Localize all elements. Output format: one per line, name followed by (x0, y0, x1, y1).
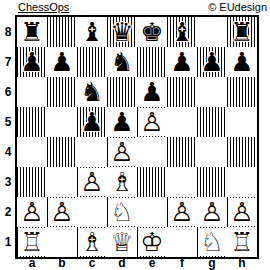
white-rook-h1[interactable]: ♖ (228, 228, 256, 256)
white-pawn-h2[interactable]: ♙ (228, 198, 256, 226)
title-bar: ChessOps © EUdesign (0, 1, 270, 15)
black-queen-d8[interactable]: ♛ (108, 18, 136, 46)
rank-label-1: 1 (2, 227, 14, 257)
square-a6[interactable] (17, 77, 47, 107)
square-c3[interactable]: ♙ (77, 167, 107, 197)
square-f6[interactable] (167, 77, 197, 107)
white-pawn-e5[interactable]: ♙ (138, 108, 166, 136)
rank-label-4: 4 (2, 137, 14, 167)
black-king-e8[interactable]: ♚ (138, 18, 166, 46)
white-knight-d2[interactable]: ♘ (108, 198, 136, 226)
white-pawn-c3[interactable]: ♙ (78, 168, 106, 196)
square-c4[interactable] (77, 137, 107, 167)
square-a5[interactable] (17, 107, 47, 137)
file-label-c: c (77, 257, 107, 270)
white-pawn-f2[interactable]: ♙ (168, 198, 196, 226)
black-pawn-d5[interactable]: ♟ (108, 108, 136, 136)
square-a4[interactable] (17, 137, 47, 167)
square-c1[interactable]: ♗ (77, 227, 107, 257)
white-rook-a1[interactable]: ♖ (18, 228, 46, 256)
square-b2[interactable]: ♙ (47, 197, 77, 227)
square-g6[interactable] (197, 77, 227, 107)
black-pawn-a7[interactable]: ♟ (18, 48, 46, 76)
black-pawn-b7[interactable]: ♟ (48, 48, 76, 76)
square-d3[interactable]: ♗ (107, 167, 137, 197)
file-labels: abcdefgh (15, 257, 259, 270)
file-label-e: e (137, 257, 167, 270)
black-rook-h8[interactable]: ♜ (228, 18, 256, 46)
square-g2[interactable]: ♙ (197, 197, 227, 227)
square-h8[interactable]: ♜ (227, 17, 257, 47)
square-g8[interactable] (197, 17, 227, 47)
square-a7[interactable]: ♟ (17, 47, 47, 77)
square-g7[interactable]: ♟ (197, 47, 227, 77)
rank-label-2: 2 (2, 197, 14, 227)
black-pawn-e6[interactable]: ♟ (138, 78, 166, 106)
rank-label-7: 7 (2, 47, 14, 77)
square-b4[interactable] (47, 137, 77, 167)
square-h7[interactable]: ♟ (227, 47, 257, 77)
black-pawn-f7[interactable]: ♟ (168, 48, 196, 76)
white-pawn-a2[interactable]: ♙ (18, 198, 46, 226)
file-label-g: g (197, 257, 227, 270)
white-bishop-c1[interactable]: ♗ (78, 228, 106, 256)
square-h5[interactable] (227, 107, 257, 137)
copyright-credit: © EUdesign (208, 1, 267, 14)
square-e7[interactable] (137, 47, 167, 77)
black-pawn-h7[interactable]: ♟ (228, 48, 256, 76)
white-queen-d1[interactable]: ♕ (108, 228, 136, 256)
file-label-b: b (47, 257, 77, 270)
file-label-f: f (167, 257, 197, 270)
square-g1[interactable]: ♘ (197, 227, 227, 257)
square-f3[interactable] (167, 167, 197, 197)
white-knight-g1[interactable]: ♘ (198, 228, 226, 256)
rank-label-3: 3 (2, 167, 14, 197)
square-a3[interactable] (17, 167, 47, 197)
square-c2[interactable] (77, 197, 107, 227)
chess-board: ♜♝♛♚♝♜♟♟♞♟♟♟♞♟♟♟♙♙♙♗♙♙♘♙♙♙♖♗♕♔♘♖ (15, 15, 259, 259)
square-h2[interactable]: ♙ (227, 197, 257, 227)
square-a8[interactable]: ♜ (17, 17, 47, 47)
square-a2[interactable]: ♙ (17, 197, 47, 227)
app-title: ChessOps (18, 1, 69, 14)
square-b1[interactable] (47, 227, 77, 257)
square-f7[interactable]: ♟ (167, 47, 197, 77)
square-d4[interactable]: ♙ (107, 137, 137, 167)
rank-label-8: 8 (2, 17, 14, 47)
square-c5[interactable]: ♟ (77, 107, 107, 137)
square-e5[interactable]: ♙ (137, 107, 167, 137)
square-f5[interactable] (167, 107, 197, 137)
black-rook-a8[interactable]: ♜ (18, 18, 46, 46)
square-c8[interactable]: ♝ (77, 17, 107, 47)
white-king-e1[interactable]: ♔ (138, 228, 166, 256)
square-d1[interactable]: ♕ (107, 227, 137, 257)
square-h4[interactable] (227, 137, 257, 167)
square-d8[interactable]: ♛ (107, 17, 137, 47)
square-e2[interactable] (137, 197, 167, 227)
square-f4[interactable] (167, 137, 197, 167)
square-b3[interactable] (47, 167, 77, 197)
square-e8[interactable]: ♚ (137, 17, 167, 47)
square-a1[interactable]: ♖ (17, 227, 47, 257)
rank-label-6: 6 (2, 77, 14, 107)
square-f2[interactable]: ♙ (167, 197, 197, 227)
file-label-a: a (17, 257, 47, 270)
square-h3[interactable] (227, 167, 257, 197)
square-g3[interactable] (197, 167, 227, 197)
square-b8[interactable] (47, 17, 77, 47)
square-f8[interactable]: ♝ (167, 17, 197, 47)
file-label-d: d (107, 257, 137, 270)
white-pawn-b2[interactable]: ♙ (48, 198, 76, 226)
square-d6[interactable] (107, 77, 137, 107)
black-knight-c6[interactable]: ♞ (78, 78, 106, 106)
white-pawn-d4[interactable]: ♙ (108, 138, 136, 166)
rank-labels: 87654321 (2, 15, 14, 259)
white-pawn-g2[interactable]: ♙ (198, 198, 226, 226)
black-pawn-c5[interactable]: ♟ (78, 108, 106, 136)
black-knight-d7[interactable]: ♞ (108, 48, 136, 76)
black-pawn-g7[interactable]: ♟ (198, 48, 226, 76)
square-g5[interactable] (197, 107, 227, 137)
square-e4[interactable] (137, 137, 167, 167)
square-g4[interactable] (197, 137, 227, 167)
square-h6[interactable] (227, 77, 257, 107)
square-c6[interactable]: ♞ (77, 77, 107, 107)
square-d5[interactable]: ♟ (107, 107, 137, 137)
rank-label-5: 5 (2, 107, 14, 137)
square-d2[interactable]: ♘ (107, 197, 137, 227)
file-label-h: h (227, 257, 257, 270)
square-b5[interactable] (47, 107, 77, 137)
black-bishop-c8[interactable]: ♝ (78, 18, 106, 46)
square-h1[interactable]: ♖ (227, 227, 257, 257)
square-e3[interactable] (137, 167, 167, 197)
square-f1[interactable] (167, 227, 197, 257)
square-e1[interactable]: ♔ (137, 227, 167, 257)
square-b6[interactable] (47, 77, 77, 107)
square-b7[interactable]: ♟ (47, 47, 77, 77)
white-bishop-d3[interactable]: ♗ (108, 168, 136, 196)
square-d7[interactable]: ♞ (107, 47, 137, 77)
square-e6[interactable]: ♟ (137, 77, 167, 107)
square-c7[interactable] (77, 47, 107, 77)
black-bishop-f8[interactable]: ♝ (168, 18, 196, 46)
